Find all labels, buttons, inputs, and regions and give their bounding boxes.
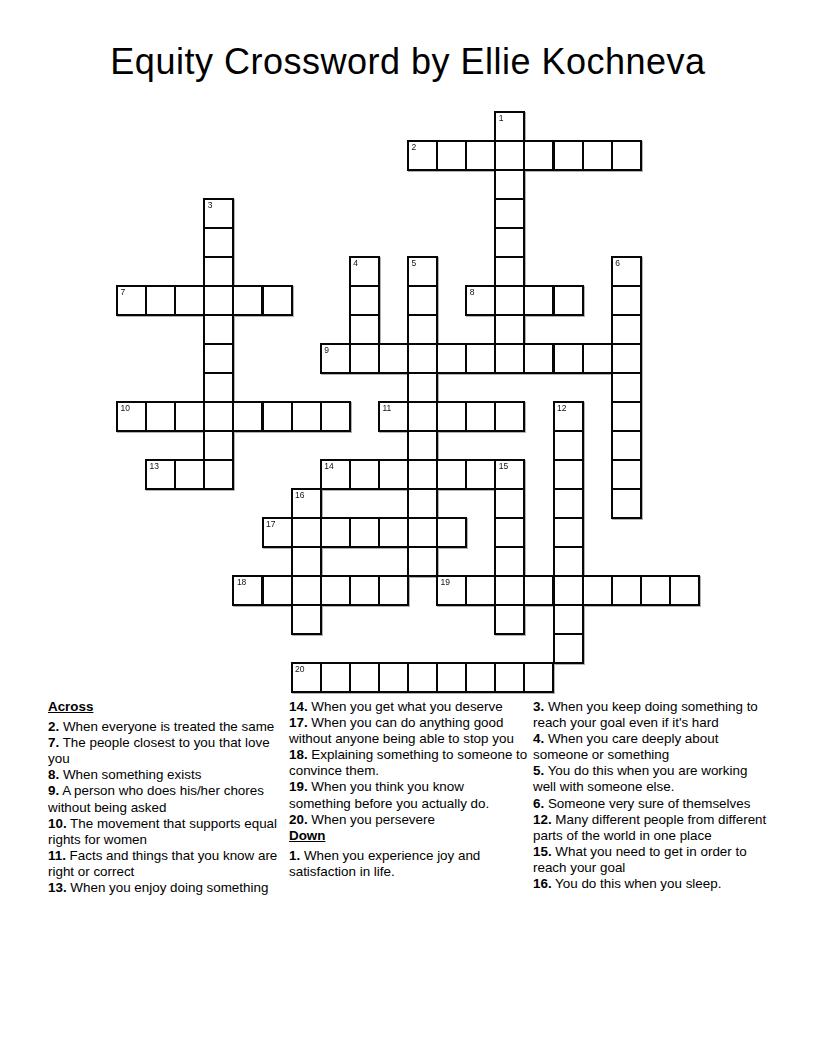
grid-cell-r9c17[interactable]: [611, 372, 642, 403]
clue-number-label: 3.: [533, 699, 544, 714]
grid-cell-r19c14[interactable]: [523, 662, 554, 693]
grid-cell-r6c4[interactable]: [232, 285, 263, 316]
grid-cell-r11c3[interactable]: [203, 430, 234, 461]
cell-number-13: 13: [150, 462, 159, 471]
grid-cell-r12c2[interactable]: [174, 459, 205, 490]
grid-cell-r13c10[interactable]: [407, 488, 438, 519]
cell-number-16: 16: [295, 491, 304, 500]
grid-cell-r16c15[interactable]: [553, 575, 584, 606]
grid-cell-r16c7[interactable]: [320, 575, 351, 606]
grid-cell-r17c6[interactable]: [291, 604, 322, 635]
grid-cell-r8c17[interactable]: [611, 343, 642, 374]
grid-cell-r12c8[interactable]: [349, 459, 380, 490]
grid-cell-r16c9[interactable]: [378, 575, 409, 606]
grid-cell-r6c12[interactable]: 8: [465, 285, 496, 316]
cell-number-7: 7: [121, 288, 126, 297]
grid-cell-r15c6[interactable]: [291, 546, 322, 577]
clue-number-label: 6.: [533, 796, 544, 811]
grid-cell-r10c1[interactable]: [145, 401, 176, 432]
grid-cell-r11c15[interactable]: [553, 430, 584, 461]
grid-cell-r16c6[interactable]: [291, 575, 322, 606]
clue-number-label: 10.: [48, 816, 67, 831]
grid-cell-r10c13[interactable]: [494, 401, 525, 432]
grid-cell-r5c8[interactable]: 4: [349, 256, 380, 287]
grid-cell-r10c6[interactable]: [291, 401, 322, 432]
grid-cell-r19c8[interactable]: [349, 662, 380, 693]
grid-cell-r11c10[interactable]: [407, 430, 438, 461]
grid-cell-r8c14[interactable]: [523, 343, 554, 374]
clue-number-label: 2.: [48, 719, 59, 734]
across-header: Across: [48, 699, 284, 715]
clue-number-label: 5.: [533, 763, 544, 778]
clue-number-label: 11.: [48, 848, 66, 863]
cell-number-1: 1: [499, 114, 504, 123]
grid-cell-r10c2[interactable]: [174, 401, 205, 432]
grid-cell-r10c7[interactable]: [320, 401, 351, 432]
grid-cell-r19c7[interactable]: [320, 662, 351, 693]
grid-cell-r15c15[interactable]: [553, 546, 584, 577]
clue-number-label: 7.: [48, 735, 59, 750]
grid-cell-r19c13[interactable]: [494, 662, 525, 693]
cell-number-6: 6: [615, 259, 620, 268]
clue-down-6: 6. Someone very sure of themselves: [533, 796, 769, 812]
grid-cell-r8c3[interactable]: [203, 343, 234, 374]
clue-across-10: 10. The movement that supports equal rig…: [48, 816, 284, 848]
grid-cell-r10c9[interactable]: 11: [378, 401, 409, 432]
grid-cell-r18c15[interactable]: [553, 633, 584, 664]
grid-cell-r1c12[interactable]: [465, 140, 496, 171]
grid-cell-r12c9[interactable]: [378, 459, 409, 490]
grid-cell-r6c0[interactable]: 7: [116, 285, 147, 316]
grid-cell-r12c10[interactable]: [407, 459, 438, 490]
cell-number-15: 15: [499, 462, 508, 471]
grid-cell-r19c10[interactable]: [407, 662, 438, 693]
grid-cell-r17c15[interactable]: [553, 604, 584, 635]
grid-cell-r12c13[interactable]: 15: [494, 459, 525, 490]
clue-across-14: 14. When you get what you deserve: [289, 699, 529, 715]
grid-cell-r2c13[interactable]: [494, 169, 525, 200]
grid-cell-r14c6[interactable]: [291, 517, 322, 548]
grid-cell-r14c11[interactable]: [436, 517, 467, 548]
clue-number-label: 13.: [48, 880, 67, 895]
grid-cell-r7c3[interactable]: [203, 314, 234, 345]
clue-down-15: 15. What you need to get in order to rea…: [533, 844, 769, 876]
grid-cell-r10c3[interactable]: [203, 401, 234, 432]
clue-number-label: 16.: [533, 876, 552, 891]
cell-number-3: 3: [208, 201, 213, 210]
clue-down-1: 1. When you experience joy and satisfact…: [289, 848, 529, 880]
grid-cell-r12c1[interactable]: 13: [145, 459, 176, 490]
grid-cell-r12c11[interactable]: [436, 459, 467, 490]
clue-across-7: 7. The people closest to you that love y…: [48, 735, 284, 767]
grid-cell-r15c13[interactable]: [494, 546, 525, 577]
grid-cell-r6c10[interactable]: [407, 285, 438, 316]
grid-cell-r6c14[interactable]: [523, 285, 554, 316]
grid-cell-r1c16[interactable]: [582, 140, 613, 171]
cell-number-18: 18: [237, 578, 246, 587]
cell-number-17: 17: [266, 520, 275, 529]
grid-cell-r5c10[interactable]: 5: [407, 256, 438, 287]
grid-cell-r1c15[interactable]: [553, 140, 584, 171]
page-title: Equity Crossword by Ellie Kochneva: [0, 41, 816, 83]
clue-number-label: 15.: [533, 844, 552, 859]
grid-cell-r1c13[interactable]: [494, 140, 525, 171]
grid-cell-r10c11[interactable]: [436, 401, 467, 432]
grid-cell-r14c9[interactable]: [378, 517, 409, 548]
cell-number-2: 2: [412, 143, 417, 152]
grid-cell-r11c17[interactable]: [611, 430, 642, 461]
grid-cell-r8c15[interactable]: [553, 343, 584, 374]
grid-cell-r1c11[interactable]: [436, 140, 467, 171]
grid-cell-r5c17[interactable]: 6: [611, 256, 642, 287]
grid-cell-r8c8[interactable]: [349, 343, 380, 374]
clue-across-11: 11. Facts and things that you know are r…: [48, 848, 284, 880]
grid-cell-r0c13[interactable]: 1: [494, 111, 525, 142]
clue-across-8: 8. When something exists: [48, 767, 284, 783]
grid-cell-r12c7[interactable]: 14: [320, 459, 351, 490]
cell-number-5: 5: [412, 259, 417, 268]
grid-cell-r16c8[interactable]: [349, 575, 380, 606]
clue-number-label: 12.: [533, 812, 552, 827]
grid-cell-r7c8[interactable]: [349, 314, 380, 345]
clue-number-label: 18.: [289, 747, 308, 762]
grid-cell-r8c12[interactable]: [465, 343, 496, 374]
grid-cell-r10c12[interactable]: [465, 401, 496, 432]
clue-number-label: 14.: [289, 699, 308, 714]
clue-column-1: Across2. When everyone is treated the sa…: [48, 699, 284, 896]
grid-cell-r10c10[interactable]: [407, 401, 438, 432]
cell-number-14: 14: [324, 462, 333, 471]
clue-column-3: 3. When you keep doing something to reac…: [533, 699, 769, 892]
clue-number-label: 9.: [48, 783, 59, 798]
grid-cell-r6c8[interactable]: [349, 285, 380, 316]
clue-number-label: 20.: [289, 812, 308, 827]
clue-across-2: 2. When everyone is treated the same: [48, 719, 284, 735]
grid-cell-r6c17[interactable]: [611, 285, 642, 316]
grid-cell-r6c3[interactable]: [203, 285, 234, 316]
clue-number-label: 19.: [289, 779, 308, 794]
clue-across-19: 19. When you think you know something be…: [289, 779, 529, 811]
cell-number-8: 8: [470, 288, 475, 297]
grid-cell-r19c11[interactable]: [436, 662, 467, 693]
clue-across-9: 9. A person who does his/her chores with…: [48, 783, 284, 815]
cell-number-4: 4: [353, 259, 358, 268]
grid-cell-r3c13[interactable]: [494, 198, 525, 229]
cell-number-11: 11: [382, 404, 391, 413]
clue-column-2: 14. When you get what you deserve17. Whe…: [289, 699, 529, 880]
grid-cell-r12c3[interactable]: [203, 459, 234, 490]
cell-number-10: 10: [121, 404, 130, 413]
grid-cell-r12c17[interactable]: [611, 459, 642, 490]
clue-down-5: 5. You do this when you are working well…: [533, 763, 769, 795]
grid-cell-r10c4[interactable]: [232, 401, 263, 432]
grid-cell-r17c13[interactable]: [494, 604, 525, 635]
clue-across-18: 18. Explaining something to someone to c…: [289, 747, 529, 779]
clue-down-12: 12. Many different people from different…: [533, 812, 769, 844]
grid-cell-r19c6[interactable]: 20: [291, 662, 322, 693]
grid-cell-r4c13[interactable]: [494, 227, 525, 258]
clue-number-label: 4.: [533, 731, 544, 746]
grid-cell-r1c17[interactable]: [611, 140, 642, 171]
grid-cell-r13c15[interactable]: [553, 488, 584, 519]
grid-cell-r1c10[interactable]: 2: [407, 140, 438, 171]
grid-cell-r13c6[interactable]: 16: [291, 488, 322, 519]
grid-cell-r7c13[interactable]: [494, 314, 525, 345]
grid-cell-r13c13[interactable]: [494, 488, 525, 519]
grid-cell-r5c3[interactable]: [203, 256, 234, 287]
grid-cell-r9c10[interactable]: [407, 372, 438, 403]
cell-number-9: 9: [324, 346, 329, 355]
grid-cell-r14c13[interactable]: [494, 517, 525, 548]
grid-cell-r6c1[interactable]: [145, 285, 176, 316]
grid-cell-r1c14[interactable]: [523, 140, 554, 171]
grid-cell-r6c13[interactable]: [494, 285, 525, 316]
grid-cell-r16c4[interactable]: 18: [232, 575, 263, 606]
grid-cell-r14c5[interactable]: 17: [262, 517, 293, 548]
grid-cell-r10c17[interactable]: [611, 401, 642, 432]
crossword-page: Equity Crossword by Ellie Kochneva 12345…: [0, 0, 816, 1056]
grid-cell-r7c10[interactable]: [407, 314, 438, 345]
grid-cell-r13c17[interactable]: [611, 488, 642, 519]
clue-number-label: 8.: [48, 767, 59, 782]
cell-number-20: 20: [295, 665, 304, 674]
grid-cell-r16c5[interactable]: [262, 575, 293, 606]
grid-cell-r14c10[interactable]: [407, 517, 438, 548]
grid-cell-r16c12[interactable]: [465, 575, 496, 606]
grid-cell-r8c9[interactable]: [378, 343, 409, 374]
clue-number-label: 17.: [289, 715, 308, 730]
grid-cell-r8c13[interactable]: [494, 343, 525, 374]
grid-cell-r16c17[interactable]: [611, 575, 642, 606]
grid-cell-r12c12[interactable]: [465, 459, 496, 490]
grid-cell-r15c10[interactable]: [407, 546, 438, 577]
clue-across-13: 13. When you enjoy doing something: [48, 880, 284, 896]
grid-cell-r7c17[interactable]: [611, 314, 642, 345]
grid-cell-r4c3[interactable]: [203, 227, 234, 258]
grid-cell-r10c5[interactable]: [262, 401, 293, 432]
grid-cell-r14c15[interactable]: [553, 517, 584, 548]
grid-cell-r5c13[interactable]: [494, 256, 525, 287]
grid-cell-r16c14[interactable]: [523, 575, 554, 606]
grid-cell-r19c12[interactable]: [465, 662, 496, 693]
grid-cell-r8c16[interactable]: [582, 343, 613, 374]
grid-cell-r8c7[interactable]: 9: [320, 343, 351, 374]
grid-cell-r19c9[interactable]: [378, 662, 409, 693]
grid-cell-r16c19[interactable]: [669, 575, 700, 606]
clue-across-20: 20. When you persevere: [289, 812, 529, 828]
grid-cell-r9c3[interactable]: [203, 372, 234, 403]
grid-cell-r3c3[interactable]: 3: [203, 198, 234, 229]
clue-down-3: 3. When you keep doing something to reac…: [533, 699, 769, 731]
down-header: Down: [289, 828, 529, 844]
grid-cell-r6c5[interactable]: [262, 285, 293, 316]
grid-cell-r12c15[interactable]: [553, 459, 584, 490]
clue-number-label: 1.: [289, 848, 300, 863]
clue-down-4: 4. When you care deeply about someone or…: [533, 731, 769, 763]
clue-down-16: 16. You do this when you sleep.: [533, 876, 769, 892]
grid-cell-r6c15[interactable]: [553, 285, 584, 316]
cell-number-19: 19: [441, 578, 450, 587]
grid-cell-r8c10[interactable]: [407, 343, 438, 374]
grid-cell-r10c15[interactable]: 12: [553, 401, 584, 432]
grid-cell-r16c11[interactable]: 19: [436, 575, 467, 606]
grid-cell-r16c18[interactable]: [640, 575, 671, 606]
grid-cell-r14c7[interactable]: [320, 517, 351, 548]
cell-number-12: 12: [557, 404, 566, 413]
grid-cell-r6c2[interactable]: [174, 285, 205, 316]
grid-cell-r16c13[interactable]: [494, 575, 525, 606]
grid-cell-r10c0[interactable]: 10: [116, 401, 147, 432]
clue-across-17: 17. When you can do anything good withou…: [289, 715, 529, 747]
grid-cell-r8c11[interactable]: [436, 343, 467, 374]
grid-cell-r16c16[interactable]: [582, 575, 613, 606]
grid-cell-r14c8[interactable]: [349, 517, 380, 548]
crossword-board: 1234567891011121314151617181920: [117, 112, 700, 693]
